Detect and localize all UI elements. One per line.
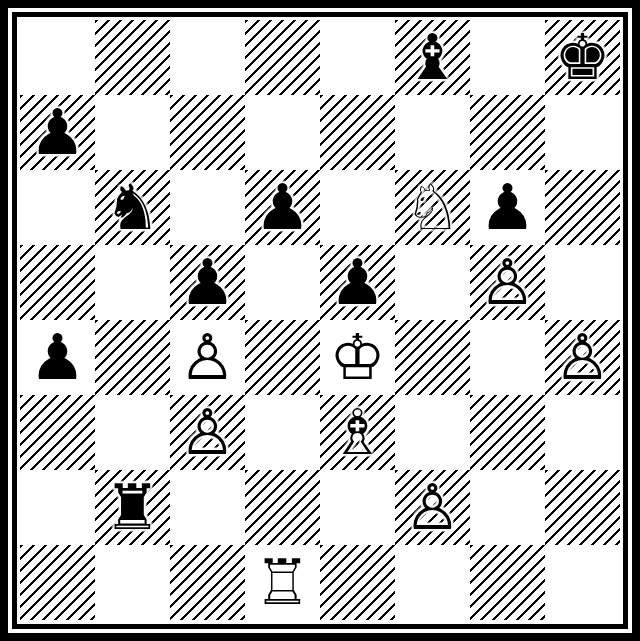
chess-board: ♝♚♟♞♟♘♟♟♟♙♟♙♔♙♙♗♜♙♖ xyxy=(20,20,620,620)
square-b8[interactable] xyxy=(95,20,170,95)
square-f2[interactable]: ♙ xyxy=(395,470,470,545)
square-e1[interactable] xyxy=(320,545,395,620)
square-h4[interactable]: ♙ xyxy=(545,320,620,395)
square-h5[interactable] xyxy=(545,245,620,320)
square-h2[interactable] xyxy=(545,470,620,545)
square-g5[interactable]: ♙ xyxy=(470,245,545,320)
square-h1[interactable] xyxy=(545,545,620,620)
square-b1[interactable] xyxy=(95,545,170,620)
square-g7[interactable] xyxy=(470,95,545,170)
square-f4[interactable] xyxy=(395,320,470,395)
square-a1[interactable] xyxy=(20,545,95,620)
square-c4[interactable]: ♙ xyxy=(170,320,245,395)
piece-white-pawn-g5[interactable]: ♙ xyxy=(479,245,535,320)
piece-white-knight-f6[interactable]: ♘ xyxy=(404,170,460,245)
piece-black-pawn-c5[interactable]: ♟ xyxy=(179,245,235,320)
square-e7[interactable] xyxy=(320,95,395,170)
square-b7[interactable] xyxy=(95,95,170,170)
square-f1[interactable] xyxy=(395,545,470,620)
square-h3[interactable] xyxy=(545,395,620,470)
square-a6[interactable] xyxy=(20,170,95,245)
square-h7[interactable] xyxy=(545,95,620,170)
square-d6[interactable]: ♟ xyxy=(245,170,320,245)
piece-black-pawn-a4[interactable]: ♟ xyxy=(29,320,85,395)
frame-gap: ♝♚♟♞♟♘♟♟♟♙♟♙♔♙♙♗♜♙♖ xyxy=(8,8,632,633)
square-d1[interactable]: ♖ xyxy=(245,545,320,620)
square-e2[interactable] xyxy=(320,470,395,545)
square-h8[interactable]: ♚ xyxy=(545,20,620,95)
square-g6[interactable]: ♟ xyxy=(470,170,545,245)
square-c7[interactable] xyxy=(170,95,245,170)
square-b4[interactable] xyxy=(95,320,170,395)
square-a7[interactable]: ♟ xyxy=(20,95,95,170)
square-e8[interactable] xyxy=(320,20,395,95)
square-e5[interactable]: ♟ xyxy=(320,245,395,320)
square-f6[interactable]: ♘ xyxy=(395,170,470,245)
piece-white-pawn-c3[interactable]: ♙ xyxy=(179,395,235,470)
square-g4[interactable] xyxy=(470,320,545,395)
square-b5[interactable] xyxy=(95,245,170,320)
square-c2[interactable] xyxy=(170,470,245,545)
square-g2[interactable] xyxy=(470,470,545,545)
square-c5[interactable]: ♟ xyxy=(170,245,245,320)
square-e4[interactable]: ♔ xyxy=(320,320,395,395)
piece-black-pawn-e5[interactable]: ♟ xyxy=(329,245,385,320)
square-g1[interactable] xyxy=(470,545,545,620)
piece-black-pawn-d6[interactable]: ♟ xyxy=(254,170,310,245)
square-d2[interactable] xyxy=(245,470,320,545)
piece-black-bishop-f8[interactable]: ♝ xyxy=(404,20,460,95)
square-e3[interactable]: ♗ xyxy=(320,395,395,470)
square-a4[interactable]: ♟ xyxy=(20,320,95,395)
chess-diagram: ♝♚♟♞♟♘♟♟♟♙♟♙♔♙♙♗♜♙♖ xyxy=(0,0,640,641)
square-b2[interactable]: ♜ xyxy=(95,470,170,545)
square-d8[interactable] xyxy=(245,20,320,95)
square-g8[interactable] xyxy=(470,20,545,95)
piece-black-rook-b2[interactable]: ♜ xyxy=(104,470,160,545)
square-d5[interactable] xyxy=(245,245,320,320)
square-f7[interactable] xyxy=(395,95,470,170)
square-f3[interactable] xyxy=(395,395,470,470)
board-frame: ♝♚♟♞♟♘♟♟♟♙♟♙♔♙♙♗♜♙♖ xyxy=(12,12,628,629)
square-b3[interactable] xyxy=(95,395,170,470)
square-d7[interactable] xyxy=(245,95,320,170)
square-c1[interactable] xyxy=(170,545,245,620)
piece-white-pawn-c4[interactable]: ♙ xyxy=(179,320,235,395)
square-a2[interactable] xyxy=(20,470,95,545)
piece-black-pawn-a7[interactable]: ♟ xyxy=(29,95,85,170)
square-f8[interactable]: ♝ xyxy=(395,20,470,95)
piece-black-knight-b6[interactable]: ♞ xyxy=(104,170,160,245)
piece-white-bishop-e3[interactable]: ♗ xyxy=(329,395,385,470)
piece-black-pawn-g6[interactable]: ♟ xyxy=(479,170,535,245)
square-f5[interactable] xyxy=(395,245,470,320)
square-a5[interactable] xyxy=(20,245,95,320)
square-c8[interactable] xyxy=(170,20,245,95)
piece-black-king-h8[interactable]: ♚ xyxy=(554,20,610,95)
square-a3[interactable] xyxy=(20,395,95,470)
square-b6[interactable]: ♞ xyxy=(95,170,170,245)
piece-white-king-e4[interactable]: ♔ xyxy=(329,320,385,395)
square-d3[interactable] xyxy=(245,395,320,470)
square-h6[interactable] xyxy=(545,170,620,245)
piece-white-rook-d1[interactable]: ♖ xyxy=(254,545,310,620)
square-d4[interactable] xyxy=(245,320,320,395)
square-a8[interactable] xyxy=(20,20,95,95)
piece-white-pawn-f2[interactable]: ♙ xyxy=(404,470,460,545)
square-e6[interactable] xyxy=(320,170,395,245)
square-c3[interactable]: ♙ xyxy=(170,395,245,470)
piece-white-pawn-h4[interactable]: ♙ xyxy=(554,320,610,395)
square-c6[interactable] xyxy=(170,170,245,245)
square-g3[interactable] xyxy=(470,395,545,470)
